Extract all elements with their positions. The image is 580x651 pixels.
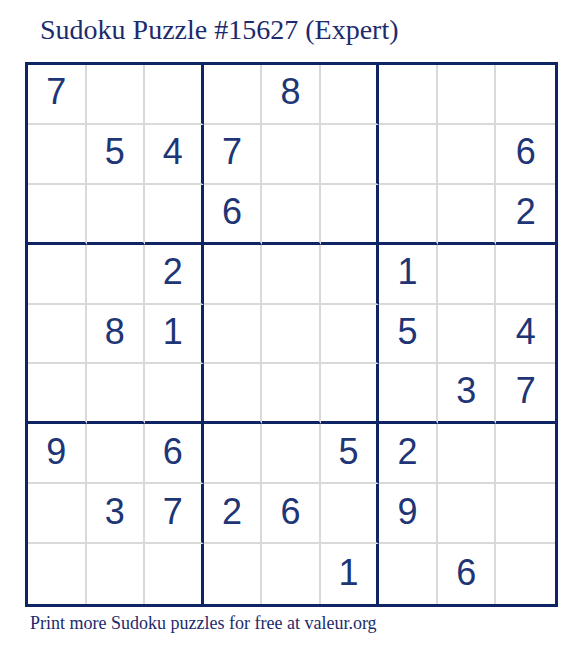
cell-r4c2 — [87, 245, 146, 305]
cell-r9c9 — [496, 544, 555, 604]
cell-r7c6: 5 — [321, 424, 380, 484]
cell-r4c3: 2 — [145, 245, 204, 305]
cell-r9c8: 6 — [438, 544, 497, 604]
cell-r8c5: 6 — [262, 484, 321, 544]
cell-r1c4 — [204, 65, 263, 125]
cell-r2c3: 4 — [145, 125, 204, 185]
page-title: Sudoku Puzzle #15627 (Expert) — [40, 16, 399, 44]
cell-r4c9 — [496, 245, 555, 305]
cell-r9c4 — [204, 544, 263, 604]
cell-r5c4 — [204, 305, 263, 365]
cell-r3c7 — [379, 185, 438, 245]
cell-r4c5 — [262, 245, 321, 305]
cell-r6c6 — [321, 364, 380, 424]
cell-r6c9: 7 — [496, 364, 555, 424]
cell-r2c6 — [321, 125, 380, 185]
cell-r5c9: 4 — [496, 305, 555, 365]
cell-r7c4 — [204, 424, 263, 484]
cell-r4c6 — [321, 245, 380, 305]
cell-r3c1 — [28, 185, 87, 245]
cell-r9c7 — [379, 544, 438, 604]
cell-r9c2 — [87, 544, 146, 604]
cell-r2c1 — [28, 125, 87, 185]
cell-r7c9 — [496, 424, 555, 484]
cell-r3c2 — [87, 185, 146, 245]
cell-r5c8 — [438, 305, 497, 365]
cell-r8c3: 7 — [145, 484, 204, 544]
cell-r1c6 — [321, 65, 380, 125]
footer-text: Print more Sudoku puzzles for free at va… — [30, 612, 377, 635]
cell-r4c7: 1 — [379, 245, 438, 305]
cell-r5c3: 1 — [145, 305, 204, 365]
cell-r9c5 — [262, 544, 321, 604]
cell-r5c7: 5 — [379, 305, 438, 365]
cell-r1c7 — [379, 65, 438, 125]
cell-r6c4 — [204, 364, 263, 424]
cell-r6c2 — [87, 364, 146, 424]
cell-r2c5 — [262, 125, 321, 185]
cell-r6c1 — [28, 364, 87, 424]
cell-r6c5 — [262, 364, 321, 424]
cell-r5c2: 8 — [87, 305, 146, 365]
cell-r9c6: 1 — [321, 544, 380, 604]
cell-r2c4: 7 — [204, 125, 263, 185]
cell-r1c8 — [438, 65, 497, 125]
cell-r9c3 — [145, 544, 204, 604]
cell-r3c4: 6 — [204, 185, 263, 245]
cell-r9c1 — [28, 544, 87, 604]
sudoku-board: 785476622181543796523726916 — [25, 62, 558, 607]
cell-r8c6 — [321, 484, 380, 544]
cell-r1c5: 8 — [262, 65, 321, 125]
cell-r3c9: 2 — [496, 185, 555, 245]
cell-r7c5 — [262, 424, 321, 484]
cell-r2c7 — [379, 125, 438, 185]
cell-r8c9 — [496, 484, 555, 544]
cell-r5c1 — [28, 305, 87, 365]
cell-r3c6 — [321, 185, 380, 245]
cell-r8c1 — [28, 484, 87, 544]
cell-r2c9: 6 — [496, 125, 555, 185]
cell-r7c8 — [438, 424, 497, 484]
cell-r3c5 — [262, 185, 321, 245]
cell-r7c7: 2 — [379, 424, 438, 484]
cell-r3c3 — [145, 185, 204, 245]
cell-r6c3 — [145, 364, 204, 424]
cell-r7c3: 6 — [145, 424, 204, 484]
cell-r4c1 — [28, 245, 87, 305]
cell-r2c2: 5 — [87, 125, 146, 185]
cell-r2c8 — [438, 125, 497, 185]
cell-r1c9 — [496, 65, 555, 125]
cell-r1c1: 7 — [28, 65, 87, 125]
cell-r5c5 — [262, 305, 321, 365]
cell-r8c4: 2 — [204, 484, 263, 544]
cell-r4c4 — [204, 245, 263, 305]
cell-r7c2 — [87, 424, 146, 484]
cell-r8c2: 3 — [87, 484, 146, 544]
cell-r7c1: 9 — [28, 424, 87, 484]
cell-r5c6 — [321, 305, 380, 365]
cell-r8c8 — [438, 484, 497, 544]
cell-r1c3 — [145, 65, 204, 125]
cell-r6c8: 3 — [438, 364, 497, 424]
cell-r8c7: 9 — [379, 484, 438, 544]
cell-r3c8 — [438, 185, 497, 245]
cell-r6c7 — [379, 364, 438, 424]
cell-r1c2 — [87, 65, 146, 125]
cell-r4c8 — [438, 245, 497, 305]
